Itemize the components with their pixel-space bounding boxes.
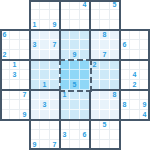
clue-cell-r9c6[interactable]: 1 <box>60 90 70 100</box>
clue-cell-r12c10[interactable]: 5 <box>100 120 110 130</box>
cell-r12c4[interactable] <box>40 120 50 130</box>
void-corner <box>0 140 10 150</box>
cell-r13c7[interactable] <box>70 130 80 140</box>
thick-grid-line <box>0 30 2 120</box>
cell-r4c13[interactable] <box>130 40 140 50</box>
cell-r13c10[interactable] <box>100 130 110 140</box>
cell-r1c10[interactable] <box>100 10 110 20</box>
cell-r4c4[interactable] <box>40 40 50 50</box>
cell-r13c9[interactable] <box>90 130 100 140</box>
cell-r13c4[interactable] <box>40 130 50 140</box>
void-corner <box>0 130 10 140</box>
cell-r3c7[interactable] <box>70 30 80 40</box>
clue-cell-r10c4[interactable]: 3 <box>40 100 50 110</box>
void-corner <box>130 130 140 140</box>
cell-r10c13[interactable] <box>130 100 140 110</box>
cell-r3c1[interactable] <box>10 30 20 40</box>
clue-cell-r4c12[interactable]: 6 <box>120 40 130 50</box>
void-corner <box>140 130 150 140</box>
thick-grid-line <box>0 29 150 31</box>
void-corner <box>10 10 20 20</box>
cell-r3c4[interactable] <box>40 30 50 40</box>
cell-r7c10[interactable] <box>100 70 110 80</box>
void-corner <box>0 10 10 20</box>
cell-r3c9[interactable] <box>90 30 100 40</box>
thick-grid-line <box>0 59 60 61</box>
cell-r13c3[interactable] <box>30 130 40 140</box>
cell-r12c3[interactable] <box>30 120 40 130</box>
cell-r9c13[interactable] <box>130 90 140 100</box>
cell-r6c13[interactable] <box>130 60 140 70</box>
clue-cell-r13c6[interactable]: 3 <box>60 130 70 140</box>
void-corner <box>130 0 140 10</box>
void-corner <box>0 0 10 10</box>
cell-r10c3[interactable] <box>30 100 40 110</box>
void-corner <box>140 10 150 20</box>
cell-r1c6[interactable] <box>60 10 70 20</box>
clue-cell-r6c1[interactable]: 1 <box>10 60 20 70</box>
cell-r9c4[interactable] <box>40 90 50 100</box>
clue-cell-r7c1[interactable]: 3 <box>10 70 20 80</box>
void-corner <box>0 120 10 130</box>
cell-r10c1[interactable] <box>10 100 20 110</box>
clue-cell-r7c13[interactable]: 4 <box>130 70 140 80</box>
cell-r3c13[interactable] <box>130 30 140 40</box>
thick-grid-line <box>0 89 60 91</box>
cell-r6c4[interactable] <box>40 60 50 70</box>
cell-r3c6[interactable] <box>60 30 70 40</box>
cell-r4c1[interactable] <box>10 40 20 50</box>
void-corner <box>140 0 150 10</box>
cell-r3c12[interactable] <box>120 30 130 40</box>
void-corner <box>130 10 140 20</box>
flower-sudoku-board: 45196837629712341527183899453697 <box>0 0 150 150</box>
cell-r9c10[interactable] <box>100 90 110 100</box>
center-box-dashed-outline <box>59 59 92 92</box>
cell-r1c4[interactable] <box>40 10 50 20</box>
cell-r9c12[interactable] <box>120 90 130 100</box>
cell-r7c4[interactable] <box>40 70 50 80</box>
cell-r10c10[interactable] <box>100 100 110 110</box>
cell-r10c9[interactable] <box>90 100 100 110</box>
cell-r7c9[interactable] <box>90 70 100 80</box>
cell-r4c7[interactable] <box>70 40 80 50</box>
clue-cell-r6c9[interactable]: 2 <box>90 60 100 70</box>
thick-grid-line <box>119 0 121 150</box>
void-corner <box>10 120 20 130</box>
cell-r9c3[interactable] <box>30 90 40 100</box>
cell-r12c7[interactable] <box>70 120 80 130</box>
cell-r6c10[interactable] <box>100 60 110 70</box>
clue-cell-r3c10[interactable]: 8 <box>100 30 110 40</box>
cell-r4c9[interactable] <box>90 40 100 50</box>
thick-grid-line <box>30 148 120 150</box>
void-corner <box>140 140 150 150</box>
cell-r3c3[interactable] <box>30 30 40 40</box>
cell-r6c3[interactable] <box>30 60 40 70</box>
cell-r12c6[interactable] <box>60 120 70 130</box>
cell-r1c9[interactable] <box>90 10 100 20</box>
thick-grid-line <box>148 30 150 120</box>
void-corner <box>10 0 20 10</box>
void-corner <box>130 120 140 130</box>
void-corner <box>120 140 130 150</box>
cell-r1c7[interactable] <box>70 10 80 20</box>
cell-r10c7[interactable] <box>70 100 80 110</box>
cell-r9c9[interactable] <box>90 90 100 100</box>
cell-r6c12[interactable] <box>120 60 130 70</box>
cell-r4c10[interactable] <box>100 40 110 50</box>
cell-r9c7[interactable] <box>70 90 80 100</box>
thick-grid-line <box>90 89 150 91</box>
void-corner <box>120 120 130 130</box>
void-corner <box>140 120 150 130</box>
cell-r4c6[interactable] <box>60 40 70 50</box>
void-corner <box>120 130 130 140</box>
thick-grid-line <box>90 59 150 61</box>
clue-cell-r10c12[interactable]: 8 <box>120 100 130 110</box>
void-corner <box>10 130 20 140</box>
thick-grid-line <box>30 0 120 2</box>
cell-r7c12[interactable] <box>120 70 130 80</box>
thick-grid-line <box>29 0 31 150</box>
cell-r1c3[interactable] <box>30 10 40 20</box>
void-corner <box>130 140 140 150</box>
void-corner <box>120 10 130 20</box>
void-corner <box>10 140 20 150</box>
cell-r9c1[interactable] <box>10 90 20 100</box>
cell-r12c9[interactable] <box>90 120 100 130</box>
cell-r10c6[interactable] <box>60 100 70 110</box>
cell-r7c3[interactable] <box>30 70 40 80</box>
clue-cell-r4c3[interactable]: 3 <box>30 40 40 50</box>
thick-grid-line <box>0 119 150 121</box>
void-corner <box>120 0 130 10</box>
